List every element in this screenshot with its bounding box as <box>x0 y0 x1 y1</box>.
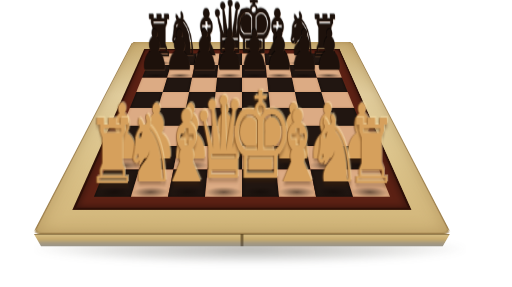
square-h1[interactable]: ♜ <box>345 170 390 197</box>
black-pawn-h7[interactable]: ♟ <box>314 22 345 78</box>
chess-scene: ♜♞♝♛♚♝♞♜♟♟♟♟♟♟♟♟♟♟♟♟♟♟♟♟♜♞♝♛♚♝♞♜ <box>98 0 386 252</box>
chess-board-frame: ♜♞♝♛♚♝♞♜♟♟♟♟♟♟♟♟♟♟♟♟♟♟♟♟♜♞♝♛♚♝♞♜ <box>33 42 452 234</box>
square-h7[interactable]: ♟ <box>313 65 342 78</box>
product-photo: ♜♞♝♛♚♝♞♜♟♟♟♟♟♟♟♟♟♟♟♟♟♟♟♟♜♞♝♛♚♝♞♜ <box>0 0 512 287</box>
fold-seam <box>241 234 244 246</box>
white-rook-h1[interactable]: ♜ <box>347 107 396 196</box>
board-front-edge <box>34 234 450 246</box>
